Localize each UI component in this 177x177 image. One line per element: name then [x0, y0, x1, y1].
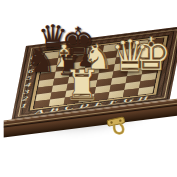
piece-white-rook: ♜ — [63, 65, 101, 107]
piece-white-queen: ♛ — [110, 34, 149, 78]
product-photo: 87654321 ABCDEFGH ♛♚♞♜♟♝♜♞♛♚ — [0, 0, 177, 177]
pieces-layer: ♛♚♞♜♟♝♜♞♛♚ — [0, 0, 177, 177]
piece-black-knight: ♞ — [26, 43, 56, 77]
brass-clasp-icon — [103, 112, 135, 142]
